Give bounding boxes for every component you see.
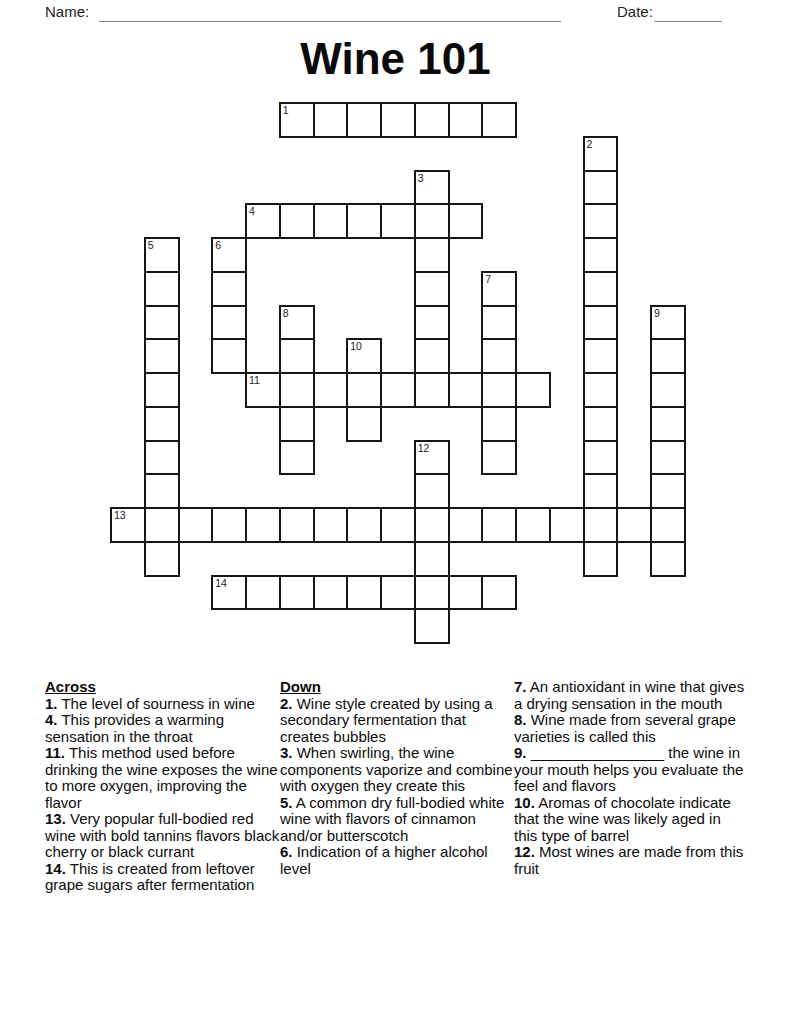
cell-clue-number: 6 [215, 239, 221, 251]
grid-cell[interactable] [414, 541, 450, 577]
cell-clue-number: 5 [148, 239, 154, 251]
grid-cell[interactable]: 5 [144, 237, 180, 273]
grid-cell[interactable] [481, 406, 517, 442]
grid-cell[interactable] [650, 338, 686, 374]
grid-cell[interactable] [583, 237, 619, 273]
grid-cell[interactable]: 8 [279, 305, 315, 341]
grid-cell[interactable] [313, 372, 349, 408]
grid-cell[interactable]: 4 [245, 203, 281, 239]
name-input-line[interactable] [99, 5, 561, 22]
grid-cell[interactable] [144, 440, 180, 476]
clue-7: 7. An antioxidant in wine that gives a d… [514, 679, 748, 712]
grid-cell[interactable] [481, 575, 517, 611]
cell-clue-number: 2 [587, 138, 593, 150]
clue-number-label: 13. [45, 810, 66, 827]
clue-14: 14. This is created from leftover grape … [45, 861, 281, 894]
grid-cell[interactable] [448, 372, 484, 408]
grid-cell[interactable]: 12 [414, 440, 450, 476]
grid-cell[interactable]: 3 [414, 170, 450, 206]
grid-cell[interactable] [211, 271, 247, 307]
clue-9: 9. ________________ the wine in your mou… [514, 745, 748, 795]
grid-cell[interactable] [414, 372, 450, 408]
grid-cell[interactable] [583, 271, 619, 307]
cell-clue-number: 9 [654, 307, 660, 319]
grid-cell[interactable]: 1 [279, 102, 315, 138]
grid-cell[interactable] [380, 507, 416, 543]
grid-cell[interactable] [144, 507, 180, 543]
crossword-grid: 1234567891011121314 [110, 102, 686, 644]
grid-cell[interactable] [650, 372, 686, 408]
clue-3: 3. When swirling, the wine components va… [280, 745, 514, 795]
grid-cell[interactable] [583, 170, 619, 206]
clue-number-label: 3. [280, 744, 293, 761]
grid-cell[interactable] [583, 203, 619, 239]
grid-cell[interactable] [583, 507, 619, 543]
grid-cell[interactable] [279, 406, 315, 442]
grid-cell[interactable] [650, 541, 686, 577]
grid-cell[interactable]: 14 [211, 575, 247, 611]
grid-cell[interactable] [313, 507, 349, 543]
clue-6: 6. Indication of a higher alcohol level [280, 844, 514, 877]
grid-cell[interactable] [414, 305, 450, 341]
name-label: Name: [45, 3, 89, 20]
grid-cell[interactable] [481, 102, 517, 138]
clue-8: 8. Wine made from several grape varietie… [514, 712, 748, 745]
grid-cell[interactable] [144, 473, 180, 509]
grid-cell[interactable] [144, 541, 180, 577]
grid-cell[interactable] [144, 338, 180, 374]
clue-1: 1. The level of sourness in wine [45, 696, 281, 713]
clue-number-label: 10. [514, 794, 535, 811]
clue-13: 13. Very popular full-bodied red wine wi… [45, 811, 281, 861]
clue-number-label: 4. [45, 711, 58, 728]
grid-cell[interactable] [346, 203, 382, 239]
clue-11: 11. This method used before drinking the… [45, 745, 281, 811]
grid-cell[interactable] [346, 372, 382, 408]
grid-cell[interactable] [380, 203, 416, 239]
grid-cell[interactable] [346, 507, 382, 543]
grid-cell[interactable] [515, 372, 551, 408]
cell-clue-number: 7 [485, 273, 491, 285]
clue-12: 12. Most wines are made from this fruit [514, 844, 748, 877]
grid-cell[interactable] [211, 507, 247, 543]
grid-cell[interactable] [211, 338, 247, 374]
grid-cell[interactable] [245, 507, 281, 543]
down-clues-column: Down 2. Wine style created by using a se… [280, 679, 514, 877]
clue-10: 10. Aromas of chocolate indicate that th… [514, 795, 748, 845]
grid-cell[interactable] [448, 102, 484, 138]
grid-cell[interactable] [144, 372, 180, 408]
grid-cell[interactable] [448, 575, 484, 611]
grid-cell[interactable] [414, 271, 450, 307]
grid-cell[interactable] [279, 338, 315, 374]
cell-clue-number: 12 [418, 442, 430, 454]
grid-cell[interactable] [414, 507, 450, 543]
clue-number-label: 1. [45, 695, 58, 712]
date-input-line[interactable] [654, 5, 722, 22]
grid-cell[interactable]: 11 [245, 372, 281, 408]
grid-cell[interactable] [279, 440, 315, 476]
grid-cell[interactable] [583, 338, 619, 374]
grid-cell[interactable]: 9 [650, 305, 686, 341]
grid-cell[interactable] [144, 305, 180, 341]
grid-cell[interactable] [481, 440, 517, 476]
grid-cell[interactable] [279, 372, 315, 408]
date-label: Date: [617, 3, 653, 20]
clue-number-label: 9. [514, 744, 527, 761]
grid-cell[interactable] [583, 372, 619, 408]
clue-number-label: 14. [45, 860, 66, 877]
grid-cell[interactable]: 13 [110, 507, 146, 543]
clue-number-label: 2. [280, 695, 293, 712]
down-header: Down [280, 679, 514, 696]
grid-cell[interactable] [650, 440, 686, 476]
grid-cell[interactable] [515, 507, 551, 543]
grid-cell[interactable] [583, 305, 619, 341]
grid-cell[interactable] [380, 372, 416, 408]
page-title: Wine 101 [0, 34, 791, 84]
clue-4: 4. This provides a warming sensation in … [45, 712, 281, 745]
grid-cell[interactable] [616, 507, 652, 543]
across-clues-column: Across 1. The level of sourness in wine4… [45, 679, 281, 894]
grid-cell[interactable] [211, 305, 247, 341]
worksheet-page: Name: Date: Wine 101 1234567891011121314… [0, 0, 791, 1024]
grid-cell[interactable]: 7 [481, 271, 517, 307]
grid-cell[interactable] [650, 473, 686, 509]
grid-cell[interactable] [380, 575, 416, 611]
cell-clue-number: 8 [283, 307, 289, 319]
cell-clue-number: 1 [283, 104, 289, 116]
grid-cell[interactable] [414, 203, 450, 239]
clue-number-label: 11. [45, 744, 65, 761]
grid-cell[interactable] [414, 237, 450, 273]
grid-cell[interactable] [481, 372, 517, 408]
grid-cell[interactable] [380, 102, 416, 138]
grid-cell[interactable] [279, 507, 315, 543]
grid-cell[interactable] [583, 406, 619, 442]
grid-cell[interactable] [178, 507, 214, 543]
grid-cell[interactable] [346, 575, 382, 611]
grid-cell[interactable] [279, 203, 315, 239]
grid-cell[interactable] [313, 203, 349, 239]
clue-number-label: 6. [280, 843, 293, 860]
grid-cell[interactable] [144, 406, 180, 442]
down-clues-continued-column: 7. An antioxidant in wine that gives a d… [514, 679, 748, 877]
grid-cell[interactable] [583, 473, 619, 509]
grid-cell[interactable] [481, 305, 517, 341]
grid-cell[interactable] [448, 507, 484, 543]
grid-cell[interactable] [279, 575, 315, 611]
grid-cell[interactable] [346, 406, 382, 442]
grid-cell[interactable] [313, 102, 349, 138]
cell-clue-number: 10 [350, 340, 362, 352]
clue-number-label: 5. [280, 794, 293, 811]
grid-cell[interactable] [245, 575, 281, 611]
cell-clue-number: 13 [114, 509, 126, 521]
grid-cell[interactable] [313, 575, 349, 611]
grid-cell[interactable] [583, 440, 619, 476]
grid-cell[interactable] [144, 271, 180, 307]
cell-clue-number: 11 [249, 374, 260, 386]
grid-cell[interactable] [481, 338, 517, 374]
grid-cell[interactable] [583, 541, 619, 577]
clue-5: 5. A common dry full-bodied white wine w… [280, 795, 514, 845]
grid-cell[interactable] [414, 608, 450, 644]
grid-cell[interactable] [650, 406, 686, 442]
grid-cell[interactable] [549, 507, 585, 543]
cell-clue-number: 3 [418, 172, 424, 184]
clue-2: 2. Wine style created by using a seconda… [280, 696, 514, 746]
grid-cell[interactable] [414, 338, 450, 374]
grid-cell[interactable] [414, 473, 450, 509]
grid-cell[interactable] [481, 507, 517, 543]
grid-cell[interactable] [448, 203, 484, 239]
grid-cell[interactable] [346, 102, 382, 138]
clue-number-label: 12. [514, 843, 535, 860]
clue-number-label: 8. [514, 711, 527, 728]
cell-clue-number: 4 [249, 205, 255, 217]
grid-cell[interactable] [414, 575, 450, 611]
clue-number-label: 7. [514, 678, 527, 695]
cell-clue-number: 14 [215, 577, 227, 589]
grid-cell[interactable]: 10 [346, 338, 382, 374]
grid-cell[interactable] [650, 507, 686, 543]
grid-cell[interactable]: 2 [583, 136, 619, 172]
grid-cell[interactable]: 6 [211, 237, 247, 273]
across-header: Across [45, 679, 281, 696]
grid-cell[interactable] [414, 102, 450, 138]
